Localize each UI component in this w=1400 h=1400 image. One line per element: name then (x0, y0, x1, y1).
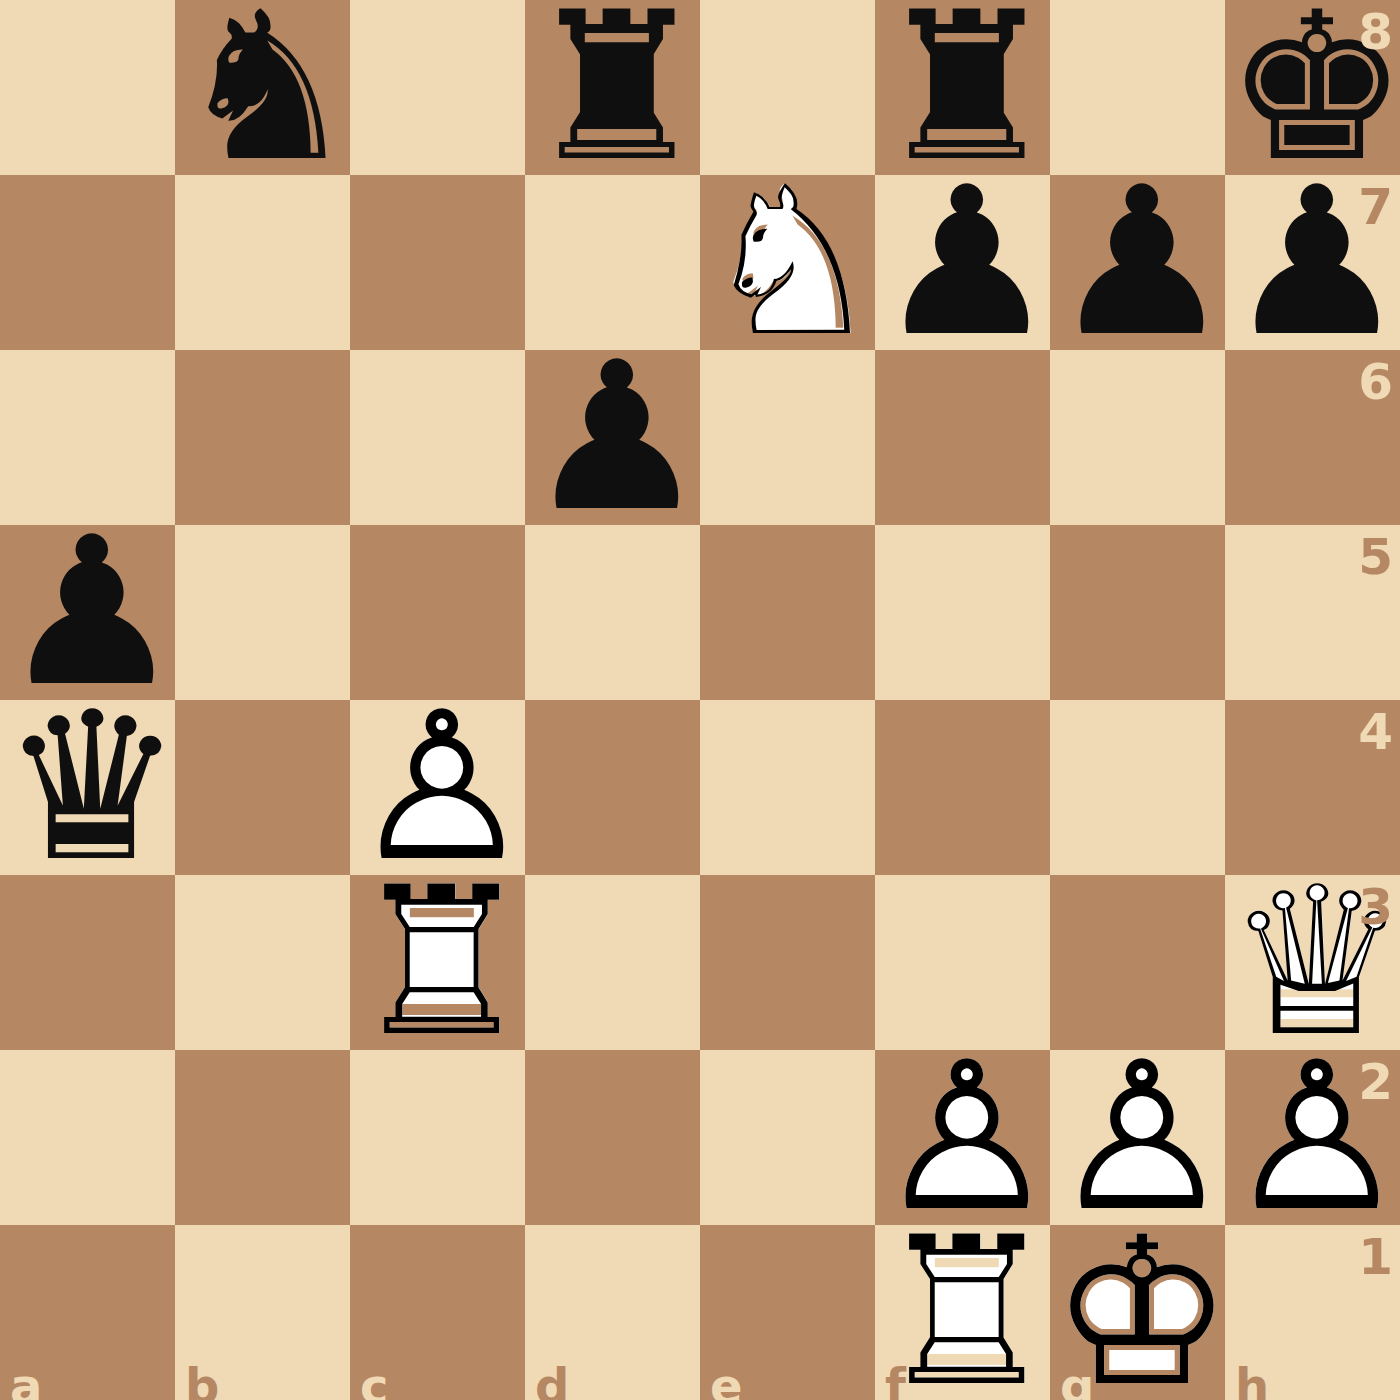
black-pawn-g7[interactable]: ♟ (1050, 175, 1225, 350)
square-c8[interactable] (350, 0, 525, 175)
white-pawn-g2[interactable]: ♟♙ (1050, 1050, 1225, 1225)
black-pawn-icon: ♟ (1050, 175, 1225, 350)
square-f4[interactable] (875, 700, 1050, 875)
square-d4[interactable] (525, 700, 700, 875)
white-pawn-f2[interactable]: ♟♙ (875, 1050, 1050, 1225)
file-label-e: e (710, 1362, 743, 1400)
rank-label-3: 3 (1358, 882, 1393, 932)
white-knight-e7[interactable]: ♞♘ (700, 175, 875, 350)
file-label-a: a (10, 1362, 42, 1400)
square-d1[interactable]: d (525, 1225, 700, 1400)
square-f7[interactable]: ♟ (875, 175, 1050, 350)
square-e6[interactable] (700, 350, 875, 525)
square-b6[interactable] (175, 350, 350, 525)
square-b3[interactable] (175, 875, 350, 1050)
square-h6[interactable]: 6 (1225, 350, 1400, 525)
square-e4[interactable] (700, 700, 875, 875)
white-knight-fill-icon: ♞ (700, 175, 875, 350)
black-rook-icon: ♜ (525, 0, 700, 175)
square-b1[interactable]: b (175, 1225, 350, 1400)
white-pawn-outline-icon: ♙ (350, 700, 525, 875)
square-d6[interactable]: ♟ (525, 350, 700, 525)
white-pawn-fill-icon: ♟ (350, 700, 525, 875)
chess-board: ♞♜♜♚8♞♘♟♟♟7♟6♟5♛♟♙4♜♖♛♕3♟♙♟♙♟♙2abcde♜♖f♚… (0, 0, 1400, 1400)
square-c5[interactable] (350, 525, 525, 700)
square-e5[interactable] (700, 525, 875, 700)
square-b4[interactable] (175, 700, 350, 875)
white-pawn-c4[interactable]: ♟♙ (350, 700, 525, 875)
square-a3[interactable] (0, 875, 175, 1050)
square-g6[interactable] (1050, 350, 1225, 525)
square-d7[interactable] (525, 175, 700, 350)
square-a2[interactable] (0, 1050, 175, 1225)
white-pawn-fill-icon: ♟ (1050, 1050, 1225, 1225)
black-queen-icon: ♛ (0, 700, 175, 875)
square-g5[interactable] (1050, 525, 1225, 700)
black-pawn-icon: ♟ (875, 175, 1050, 350)
black-rook-d8[interactable]: ♜ (525, 0, 700, 175)
file-label-g: g (1060, 1362, 1094, 1400)
square-h2[interactable]: ♟♙2 (1225, 1050, 1400, 1225)
white-knight-outline-icon: ♘ (700, 175, 875, 350)
square-f8[interactable]: ♜ (875, 0, 1050, 175)
white-pawn-outline-icon: ♙ (1050, 1050, 1225, 1225)
white-rook-outline-icon: ♖ (350, 875, 525, 1050)
square-d3[interactable] (525, 875, 700, 1050)
square-b7[interactable] (175, 175, 350, 350)
black-pawn-d6[interactable]: ♟ (525, 350, 700, 525)
black-pawn-icon: ♟ (0, 525, 175, 700)
square-h8[interactable]: ♚8 (1225, 0, 1400, 175)
square-e3[interactable] (700, 875, 875, 1050)
square-a7[interactable] (0, 175, 175, 350)
square-d2[interactable] (525, 1050, 700, 1225)
square-c6[interactable] (350, 350, 525, 525)
black-rook-f8[interactable]: ♜ (875, 0, 1050, 175)
rank-label-5: 5 (1358, 532, 1393, 582)
square-c4[interactable]: ♟♙ (350, 700, 525, 875)
square-f5[interactable] (875, 525, 1050, 700)
file-label-h: h (1235, 1362, 1269, 1400)
white-pawn-outline-icon: ♙ (875, 1050, 1050, 1225)
black-knight-icon: ♞ (175, 0, 350, 175)
rank-label-2: 2 (1358, 1057, 1393, 1107)
white-rook-fill-icon: ♜ (350, 875, 525, 1050)
rank-label-4: 4 (1358, 707, 1393, 757)
square-g8[interactable] (1050, 0, 1225, 175)
white-rook-c3[interactable]: ♜♖ (350, 875, 525, 1050)
square-h1[interactable]: 1h (1225, 1225, 1400, 1400)
square-c3[interactable]: ♜♖ (350, 875, 525, 1050)
square-f3[interactable] (875, 875, 1050, 1050)
square-b5[interactable] (175, 525, 350, 700)
square-c1[interactable]: c (350, 1225, 525, 1400)
square-g7[interactable]: ♟ (1050, 175, 1225, 350)
white-pawn-fill-icon: ♟ (875, 1050, 1050, 1225)
square-e1[interactable]: e (700, 1225, 875, 1400)
square-g4[interactable] (1050, 700, 1225, 875)
black-pawn-a5[interactable]: ♟ (0, 525, 175, 700)
square-a4[interactable]: ♛ (0, 700, 175, 875)
square-h3[interactable]: ♛♕3 (1225, 875, 1400, 1050)
square-a8[interactable] (0, 0, 175, 175)
rank-label-7: 7 (1358, 182, 1393, 232)
rank-label-1: 1 (1358, 1232, 1393, 1282)
square-b8[interactable]: ♞ (175, 0, 350, 175)
square-e7[interactable]: ♞♘ (700, 175, 875, 350)
black-rook-icon: ♜ (875, 0, 1050, 175)
file-label-f: f (885, 1362, 906, 1400)
square-a1[interactable]: a (0, 1225, 175, 1400)
black-knight-b8[interactable]: ♞ (175, 0, 350, 175)
square-h4[interactable]: 4 (1225, 700, 1400, 875)
square-d8[interactable]: ♜ (525, 0, 700, 175)
rank-label-6: 6 (1358, 357, 1393, 407)
square-g2[interactable]: ♟♙ (1050, 1050, 1225, 1225)
square-f1[interactable]: ♜♖f (875, 1225, 1050, 1400)
square-e2[interactable] (700, 1050, 875, 1225)
square-e8[interactable] (700, 0, 875, 175)
black-queen-a4[interactable]: ♛ (0, 700, 175, 875)
square-f6[interactable] (875, 350, 1050, 525)
square-c2[interactable] (350, 1050, 525, 1225)
file-label-b: b (185, 1362, 219, 1400)
square-c7[interactable] (350, 175, 525, 350)
square-h7[interactable]: ♟7 (1225, 175, 1400, 350)
rank-label-8: 8 (1358, 7, 1393, 57)
file-label-c: c (360, 1362, 388, 1400)
square-g3[interactable] (1050, 875, 1225, 1050)
square-h5[interactable]: 5 (1225, 525, 1400, 700)
black-pawn-icon: ♟ (525, 350, 700, 525)
square-a6[interactable] (0, 350, 175, 525)
square-b2[interactable] (175, 1050, 350, 1225)
square-a5[interactable]: ♟ (0, 525, 175, 700)
file-label-d: d (535, 1362, 569, 1400)
square-f2[interactable]: ♟♙ (875, 1050, 1050, 1225)
black-pawn-f7[interactable]: ♟ (875, 175, 1050, 350)
square-g1[interactable]: ♚♔g (1050, 1225, 1225, 1400)
square-d5[interactable] (525, 525, 700, 700)
